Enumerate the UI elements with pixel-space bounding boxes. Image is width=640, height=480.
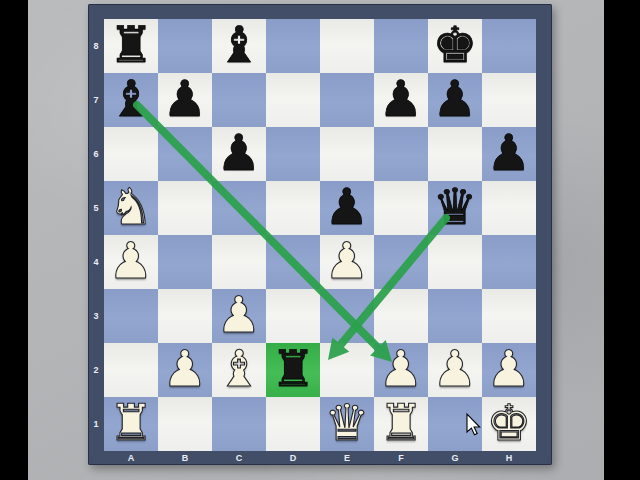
square-g3[interactable] [428,289,482,343]
white-pawn[interactable]: ♟ [320,235,374,289]
square-g7[interactable]: ♟ [428,73,482,127]
black-pawn[interactable]: ♟ [212,127,266,181]
rank-label-4: 4 [88,235,104,289]
black-pawn[interactable]: ♟ [428,73,482,127]
chess-board: 87654321 ABCDEFGH ♜♝♚♝♟♟♟♟♟♞♟♛♟♟♟♟♝♜♟♟♟♜… [88,4,552,465]
white-pawn[interactable]: ♟ [374,343,428,397]
square-g8[interactable]: ♚ [428,19,482,73]
rank-label-7: 7 [88,73,104,127]
file-labels: ABCDEFGH [104,451,536,465]
white-rook[interactable]: ♜ [104,397,158,451]
file-label-h: H [482,451,536,465]
white-bishop[interactable]: ♝ [212,343,266,397]
square-c6[interactable]: ♟ [212,127,266,181]
rank-label-5: 5 [88,181,104,235]
square-g4[interactable] [428,235,482,289]
square-e1[interactable]: ♛ [320,397,374,451]
white-pawn[interactable]: ♟ [158,343,212,397]
square-f1[interactable]: ♜ [374,397,428,451]
square-a4[interactable]: ♟ [104,235,158,289]
square-c4[interactable] [212,235,266,289]
square-d7[interactable] [266,73,320,127]
square-f8[interactable] [374,19,428,73]
rank-label-8: 8 [88,19,104,73]
white-pawn[interactable]: ♟ [212,289,266,343]
square-d3[interactable] [266,289,320,343]
square-h4[interactable] [482,235,536,289]
black-rook[interactable]: ♜ [266,343,320,397]
square-f3[interactable] [374,289,428,343]
black-pawn[interactable]: ♟ [320,181,374,235]
square-e2[interactable] [320,343,374,397]
square-e3[interactable] [320,289,374,343]
black-bishop[interactable]: ♝ [104,73,158,127]
file-label-b: B [158,451,212,465]
square-e8[interactable] [320,19,374,73]
square-b3[interactable] [158,289,212,343]
file-label-g: G [428,451,482,465]
rank-label-6: 6 [88,127,104,181]
rank-label-3: 3 [88,289,104,343]
white-pawn[interactable]: ♟ [428,343,482,397]
square-b6[interactable] [158,127,212,181]
square-b5[interactable] [158,181,212,235]
file-label-d: D [266,451,320,465]
square-b2[interactable]: ♟ [158,343,212,397]
rank-label-1: 1 [88,397,104,451]
square-d4[interactable] [266,235,320,289]
file-label-f: F [374,451,428,465]
rank-label-2: 2 [88,343,104,397]
square-d5[interactable] [266,181,320,235]
right-black-bar [604,0,640,480]
square-f6[interactable] [374,127,428,181]
square-h8[interactable] [482,19,536,73]
square-c1[interactable] [212,397,266,451]
white-knight[interactable]: ♞ [104,181,158,235]
square-d1[interactable] [266,397,320,451]
square-h2[interactable]: ♟ [482,343,536,397]
square-b1[interactable] [158,397,212,451]
square-e7[interactable] [320,73,374,127]
square-c3[interactable]: ♟ [212,289,266,343]
board-grid[interactable]: ♜♝♚♝♟♟♟♟♟♞♟♛♟♟♟♟♝♜♟♟♟♜♛♜♚ [104,19,536,451]
black-pawn[interactable]: ♟ [158,73,212,127]
square-a7[interactable]: ♝ [104,73,158,127]
square-c5[interactable] [212,181,266,235]
square-d2[interactable]: ♜ [266,343,320,397]
black-pawn[interactable]: ♟ [482,127,536,181]
black-queen[interactable]: ♛ [428,181,482,235]
square-b8[interactable] [158,19,212,73]
square-d8[interactable] [266,19,320,73]
square-h6[interactable]: ♟ [482,127,536,181]
square-g2[interactable]: ♟ [428,343,482,397]
square-c2[interactable]: ♝ [212,343,266,397]
rank-labels: 87654321 [88,19,104,451]
square-d6[interactable] [266,127,320,181]
square-f4[interactable] [374,235,428,289]
square-h3[interactable] [482,289,536,343]
square-f7[interactable]: ♟ [374,73,428,127]
square-e5[interactable]: ♟ [320,181,374,235]
black-bishop[interactable]: ♝ [212,19,266,73]
square-a2[interactable] [104,343,158,397]
square-e4[interactable]: ♟ [320,235,374,289]
white-pawn[interactable]: ♟ [104,235,158,289]
square-a1[interactable]: ♜ [104,397,158,451]
white-pawn[interactable]: ♟ [482,343,536,397]
square-b7[interactable]: ♟ [158,73,212,127]
square-e6[interactable] [320,127,374,181]
left-black-bar [0,0,28,480]
square-c7[interactable] [212,73,266,127]
square-h5[interactable] [482,181,536,235]
square-g5[interactable]: ♛ [428,181,482,235]
square-f2[interactable]: ♟ [374,343,428,397]
square-a8[interactable]: ♜ [104,19,158,73]
white-queen[interactable]: ♛ [320,397,374,451]
file-label-a: A [104,451,158,465]
square-b4[interactable] [158,235,212,289]
black-pawn[interactable]: ♟ [374,73,428,127]
square-h1[interactable]: ♚ [482,397,536,451]
square-a6[interactable] [104,127,158,181]
square-g6[interactable] [428,127,482,181]
black-rook[interactable]: ♜ [104,19,158,73]
square-g1[interactable] [428,397,482,451]
square-c8[interactable]: ♝ [212,19,266,73]
square-a3[interactable] [104,289,158,343]
file-label-e: E [320,451,374,465]
file-label-c: C [212,451,266,465]
square-a5[interactable]: ♞ [104,181,158,235]
square-h7[interactable] [482,73,536,127]
white-king[interactable]: ♚ [482,397,536,451]
square-f5[interactable] [374,181,428,235]
white-rook[interactable]: ♜ [374,397,428,451]
black-king[interactable]: ♚ [428,19,482,73]
